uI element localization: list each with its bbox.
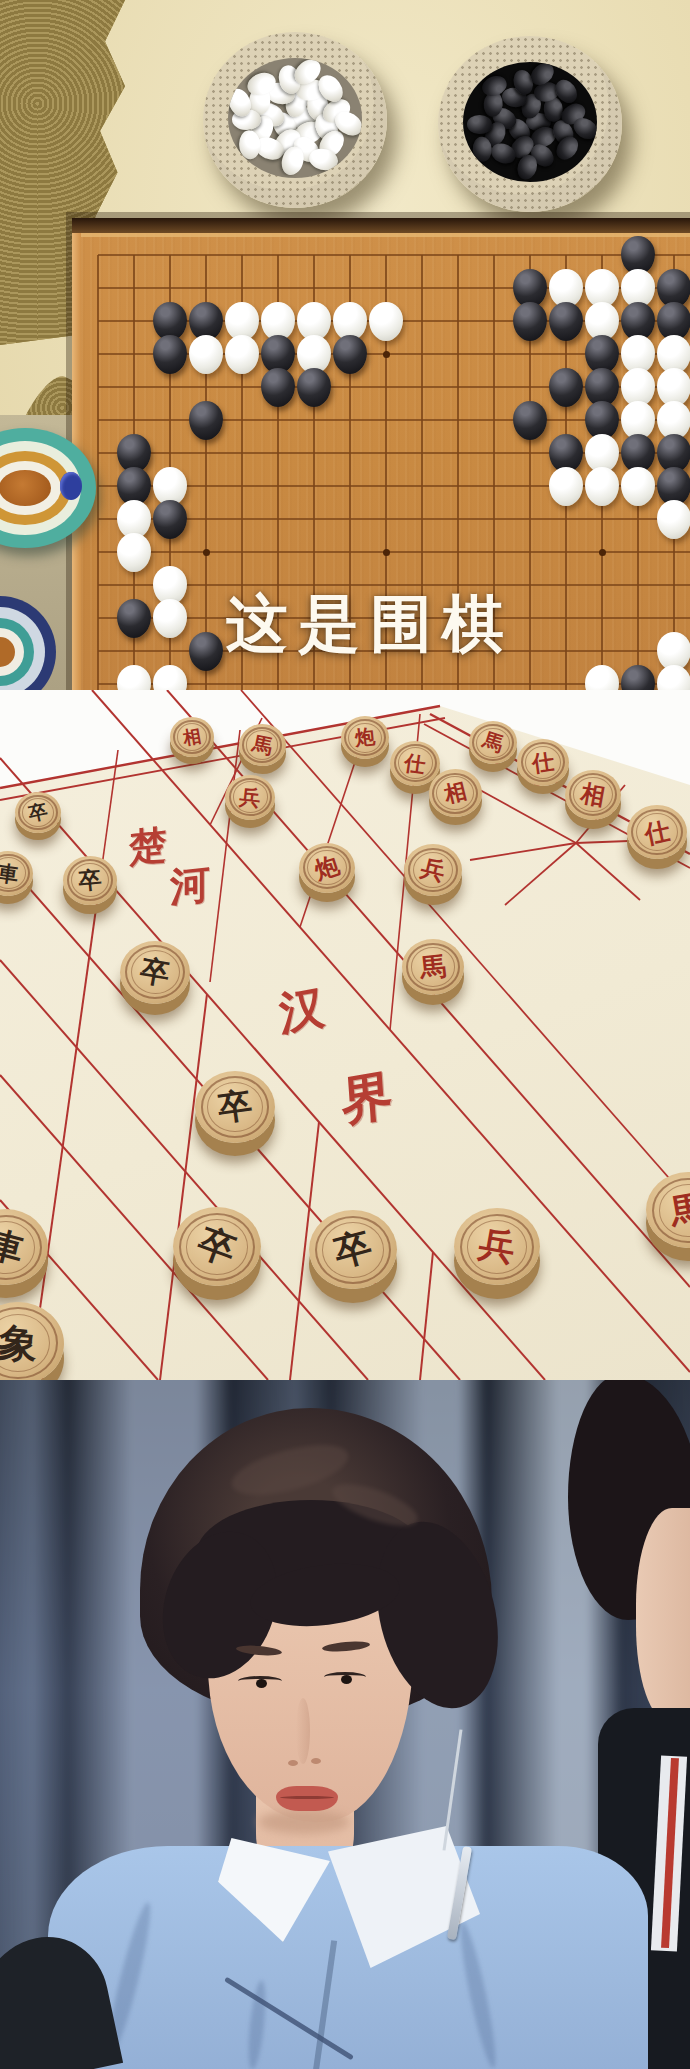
go-stone-black: [549, 302, 583, 341]
xiangqi-piece-black-車: 車: [0, 1209, 48, 1285]
go-stone-black: [189, 401, 223, 440]
go-stone-black: [153, 335, 187, 374]
piece-character: 車: [0, 847, 36, 899]
panel-photo: 这是我的玧其: [0, 1380, 690, 2069]
go-stone-white: [657, 500, 690, 539]
right-iris: [341, 1675, 352, 1684]
xiangqi-piece-red-仕: 仕: [517, 739, 569, 786]
panel-xiangqi: 楚河汉界 相炮馬馬仕仕相相兵卒仕炮兵車卒馬卒卒馬車卒兵卒象 这是象棋: [0, 690, 690, 1380]
xiangqi-piece-red-兵: 兵: [225, 775, 275, 820]
go-stone-black: [549, 368, 583, 407]
go-stone-black: [513, 401, 547, 440]
go-stone-white: [621, 467, 655, 506]
piece-character: 兵: [448, 1201, 546, 1292]
xiangqi-piece-black-車: 車: [0, 851, 33, 896]
piece-character: 相: [167, 714, 217, 761]
star-point: [383, 549, 390, 556]
go-stone-white: [549, 467, 583, 506]
piece-character: 炮: [293, 835, 362, 900]
piece-character: 馬: [235, 719, 290, 770]
go-stone-white: [189, 335, 223, 374]
piece-character: 仕: [622, 799, 690, 864]
tea: [0, 470, 51, 506]
xiangqi-pieces-layer: 相炮馬馬仕仕相相兵卒仕炮兵車卒馬卒卒馬車卒兵卒象: [0, 690, 690, 1380]
xiangqi-piece-red-仕: 仕: [627, 805, 687, 859]
xiangqi-piece-red-相: 相: [429, 769, 482, 817]
xiangqi-piece-red-兵: 兵: [454, 1208, 540, 1285]
star-point: [383, 351, 390, 358]
go-stone-black: [333, 335, 367, 374]
piece-character: 相: [561, 765, 625, 824]
caption-go: 这是围棋: [226, 582, 514, 666]
xiangqi-piece-red-兵: 兵: [404, 844, 462, 896]
go-stone-white: [117, 533, 151, 572]
piece-character: 卒: [115, 935, 195, 1009]
lip-line: [280, 1796, 334, 1799]
meme-image: 这是围棋 楚河汉界 相炮馬馬仕仕相相兵卒仕炮兵車卒馬卒卒馬車卒兵卒象 这是象棋: [0, 0, 690, 2069]
piece-character: 馬: [640, 1165, 690, 1254]
go-stone-black: [117, 599, 151, 638]
go-stone-white: [153, 599, 187, 638]
nose-shadow: [296, 1698, 310, 1764]
star-point: [203, 549, 210, 556]
xiangqi-piece-black-卒: 卒: [63, 856, 117, 905]
panel-go: 这是围棋: [0, 0, 690, 690]
xiangqi-piece-red-馬: 馬: [402, 939, 464, 995]
piece-character: 兵: [399, 838, 468, 902]
xiangqi-piece-red-炮: 炮: [299, 843, 355, 893]
piece-character: 卒: [11, 788, 65, 838]
piece-character: 車: [0, 1200, 56, 1295]
go-stone-white: [369, 302, 403, 341]
go-stone-white: [153, 665, 187, 691]
star-point: [599, 549, 606, 556]
go-stone-white: [117, 665, 151, 691]
go-stone-white: [585, 665, 619, 691]
go-stone-black: [189, 632, 223, 671]
piece-character: 象: [0, 1298, 67, 1380]
piece-character: 馬: [399, 936, 467, 998]
go-stone-white: [225, 335, 259, 374]
piece-character: 炮: [339, 714, 391, 762]
xiangqi-piece-black-象: 象: [0, 1302, 64, 1380]
xiangqi-piece-red-相: 相: [170, 717, 214, 757]
nostril: [311, 1758, 321, 1764]
xiangqi-piece-red-馬: 馬: [469, 721, 517, 764]
second-person-face: [636, 1508, 690, 1722]
piece-character: 仕: [514, 735, 572, 789]
go-stone-black: [153, 500, 187, 539]
go-stone-white: [657, 665, 690, 691]
go-stone-black: [513, 302, 547, 341]
go-stone-black: [297, 368, 331, 407]
xiangqi-piece-black-卒: 卒: [309, 1210, 397, 1289]
xiangqi-piece-red-相: 相: [565, 770, 621, 820]
xiangqi-piece-red-炮: 炮: [341, 716, 389, 759]
go-stone-black: [621, 665, 655, 691]
chin-shadow: [258, 1810, 350, 1834]
xiangqi-piece-red-馬: 馬: [239, 724, 286, 766]
nostril: [288, 1760, 298, 1766]
xiangqi-piece-black-卒: 卒: [195, 1071, 275, 1143]
go-stone-black: [261, 368, 295, 407]
piece-character: 卒: [300, 1200, 405, 1299]
xiangqi-piece-black-卒: 卒: [120, 941, 190, 1004]
left-iris: [256, 1679, 267, 1688]
xiangqi-piece-black-卒: 卒: [15, 792, 61, 833]
xiangqi-piece-black-卒: 卒: [173, 1207, 261, 1286]
cup-handle: [60, 472, 82, 500]
piece-character: 兵: [223, 772, 277, 822]
piece-character: 卒: [61, 853, 119, 907]
xiangqi-piece-red-馬: 馬: [646, 1172, 690, 1248]
piece-character: 卒: [162, 1195, 272, 1299]
go-stone-white: [585, 467, 619, 506]
piece-character: 卒: [190, 1066, 279, 1148]
